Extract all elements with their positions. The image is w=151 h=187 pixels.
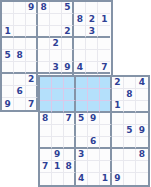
grid-2-cell-r1c5-empty[interactable] <box>88 77 100 89</box>
grid-2-cell-r9c6-given[interactable]: 1 <box>100 173 112 185</box>
grid-2-cell-r4c4-given[interactable]: 5 <box>76 113 88 125</box>
grid-1-cell-r3c9-empty[interactable] <box>98 26 110 38</box>
grid-1-cell-r4c5-given[interactable]: 2 <box>50 38 62 50</box>
grid-2-cell-r6c4-empty[interactable] <box>76 137 88 149</box>
grid-1-cell-r2c8-given[interactable]: 2 <box>86 14 98 26</box>
grid-1-cell-r6c5-given[interactable]: 3 <box>50 62 62 74</box>
grid-2-cell-r5c7-empty[interactable] <box>112 125 124 137</box>
grid-2-cell-r1c1-empty[interactable] <box>40 77 52 89</box>
grid-1-cell-r1c9-empty[interactable] <box>98 2 110 14</box>
grid-2-cell-r3c9-empty[interactable] <box>136 101 148 113</box>
grid-1-cell-r3c1-given[interactable]: 1 <box>2 26 14 38</box>
grid-2-cell-r7c1-empty[interactable] <box>40 149 52 161</box>
grid-2-cell-r7c9-given[interactable]: 8 <box>136 149 148 161</box>
grid-1-cell-r2c5-empty[interactable] <box>50 14 62 26</box>
grid-1-cell-r4c4-empty[interactable] <box>38 38 50 50</box>
grid-1-cell-r8c1-empty[interactable] <box>2 86 14 98</box>
grid-1-cell-r4c7-empty[interactable] <box>74 38 86 50</box>
grid-2-cell-r6c7-empty[interactable] <box>112 137 124 149</box>
grid-2-cell-r8c3-given[interactable]: 8 <box>64 161 76 173</box>
grid-1-cell-r5c3-empty[interactable] <box>26 50 38 62</box>
grid-1-cell-r3c7-empty[interactable] <box>74 26 86 38</box>
grid-2-cell-r1c2-empty[interactable] <box>52 77 64 89</box>
grid-2-cell-r9c4-given[interactable]: 4 <box>76 173 88 185</box>
grid-1-cell-r2c4-empty[interactable] <box>38 14 50 26</box>
grid-1-cell-r2c6-empty[interactable] <box>62 14 74 26</box>
grid-2-cell-r3c7-given[interactable]: 1 <box>112 101 124 113</box>
grid-1-cell-r5c6-empty[interactable] <box>62 50 74 62</box>
grid-2-cell-r9c3-empty[interactable] <box>64 173 76 185</box>
grid-2-cell-r6c1-empty[interactable] <box>40 137 52 149</box>
grid-2-cell-r1c6-empty[interactable] <box>100 77 112 89</box>
grid-1-cell-r6c3-empty[interactable] <box>26 62 38 74</box>
grid-2-cell-r2c2-empty[interactable] <box>52 89 64 101</box>
grid-2-cell-r1c8-empty[interactable] <box>124 77 136 89</box>
grid-1-cell-r6c7-given[interactable]: 4 <box>74 62 86 74</box>
grid-2-cell-r2c6-empty[interactable] <box>100 89 112 101</box>
grid-2-cell-r3c1-empty[interactable] <box>40 101 52 113</box>
grid-2-cell-r8c8-empty[interactable] <box>124 161 136 173</box>
grid-2-cell-r8c4-empty[interactable] <box>76 161 88 173</box>
grid-1-cell-r1c5-empty[interactable] <box>50 2 62 14</box>
grid-1-cell-r5c8-empty[interactable] <box>86 50 98 62</box>
grid-1-cell-r5c9-empty[interactable] <box>98 50 110 62</box>
grid-2: 24818759596938718419 <box>38 75 151 187</box>
grid-1-cell-r3c2-empty[interactable] <box>14 26 26 38</box>
grid-2-cell-r2c7-empty[interactable] <box>112 89 124 101</box>
grid-2-cell-r5c4-empty[interactable] <box>76 125 88 137</box>
grid-2-cell-r2c8-given[interactable]: 8 <box>124 89 136 101</box>
grid-1-cell-r4c2-empty[interactable] <box>14 38 26 50</box>
grid-2-cell-r9c7-given[interactable]: 9 <box>112 173 124 185</box>
grid-1-cell-r1c8-empty[interactable] <box>86 2 98 14</box>
grid-2-cell-r7c5-empty[interactable] <box>88 149 100 161</box>
grid-2-cell-r5c9-given[interactable]: 9 <box>136 125 148 137</box>
grid-2-cell-r3c6-empty[interactable] <box>100 101 112 113</box>
grid-2-cell-r9c1-empty[interactable] <box>40 173 52 185</box>
grid-1-cell-r1c1-empty[interactable] <box>2 2 14 14</box>
grid-2-cell-r5c5-empty[interactable] <box>88 125 100 137</box>
grid-1-cell-r1c4-given[interactable]: 8 <box>38 2 50 14</box>
grid-2-cell-r9c2-empty[interactable] <box>52 173 64 185</box>
grid-2-cell-r8c7-empty[interactable] <box>112 161 124 173</box>
grid-1-cell-r7c3-given[interactable]: 2 <box>26 74 38 86</box>
grid-2-cell-r8c2-given[interactable]: 1 <box>52 161 64 173</box>
grid-2-cell-r2c5-empty[interactable] <box>88 89 100 101</box>
grid-2-cell-r1c7-given[interactable]: 2 <box>112 77 124 89</box>
grid-2-cell-r5c2-empty[interactable] <box>52 125 64 137</box>
grid-1-cell-r2c2-empty[interactable] <box>14 14 26 26</box>
grid-1-cell-r3c8-given[interactable]: 3 <box>86 26 98 38</box>
grid-2-cell-r2c4-empty[interactable] <box>76 89 88 101</box>
grid-2-cell-r5c6-empty[interactable] <box>100 125 112 137</box>
grid-2-cell-r4c8-empty[interactable] <box>124 113 136 125</box>
grid-2-cell-r8c5-empty[interactable] <box>88 161 100 173</box>
grid-2-cell-r2c1-empty[interactable] <box>40 89 52 101</box>
grid-1-cell-r9c3-given[interactable]: 7 <box>26 98 38 110</box>
grid-1-cell-r4c8-empty[interactable] <box>86 38 98 50</box>
grid-1-cell-r5c4-empty[interactable] <box>38 50 50 62</box>
grid-1-cell-r6c2-empty[interactable] <box>14 62 26 74</box>
grid-2-cell-r1c3-empty[interactable] <box>64 77 76 89</box>
grid-1-cell-r3c5-empty[interactable] <box>50 26 62 38</box>
grid-2-cell-r2c3-empty[interactable] <box>64 89 76 101</box>
grid-1-cell-r4c9-empty[interactable] <box>98 38 110 50</box>
grid-1-cell-r3c4-empty[interactable] <box>38 26 50 38</box>
grid-2-cell-r4c2-empty[interactable] <box>52 113 64 125</box>
grid-1-cell-r1c6-given[interactable]: 5 <box>62 2 74 14</box>
grid-2-cell-r8c9-empty[interactable] <box>136 161 148 173</box>
sudoku-board: 98582112325839472697 2481875959693871841… <box>0 0 150 187</box>
grid-1-cell-r1c3-given[interactable]: 9 <box>26 2 38 14</box>
grid-1-cell-r6c8-empty[interactable] <box>86 62 98 74</box>
grid-2-cell-r9c5-empty[interactable] <box>88 173 100 185</box>
grid-2-cell-r8c1-given[interactable]: 7 <box>40 161 52 173</box>
grid-2-cell-r3c4-empty[interactable] <box>76 101 88 113</box>
grid-2-cell-r7c2-given[interactable]: 9 <box>52 149 64 161</box>
grid-2-cell-r9c8-empty[interactable] <box>124 173 136 185</box>
grid-2-cell-r3c3-empty[interactable] <box>64 101 76 113</box>
grid-1-cell-r4c1-empty[interactable] <box>2 38 14 50</box>
grid-2-cell-r3c5-empty[interactable] <box>88 101 100 113</box>
grid-1-cell-r2c3-empty[interactable] <box>26 14 38 26</box>
grid-2-cell-r6c2-empty[interactable] <box>52 137 64 149</box>
grid-1-cell-r4c3-empty[interactable] <box>26 38 38 50</box>
grid-2-cell-r8c6-empty[interactable] <box>100 161 112 173</box>
grid-2-cell-r4c5-given[interactable]: 9 <box>88 113 100 125</box>
grid-2-cell-r7c8-empty[interactable] <box>124 149 136 161</box>
grid-2-cell-r7c4-given[interactable]: 3 <box>76 149 88 161</box>
grid-1-cell-r1c2-empty[interactable] <box>14 2 26 14</box>
grid-1-cell-r9c1-given[interactable]: 9 <box>2 98 14 110</box>
grid-2-cell-r7c6-empty[interactable] <box>100 149 112 161</box>
grid-1-cell-r9c2-empty[interactable] <box>14 98 26 110</box>
grid-2-cell-r6c6-empty[interactable] <box>100 137 112 149</box>
grid-1-cell-r8c2-given[interactable]: 6 <box>14 86 26 98</box>
grid-1-cell-r7c2-empty[interactable] <box>14 74 26 86</box>
grid-2-cell-r3c8-empty[interactable] <box>124 101 136 113</box>
grid-2-cell-r4c3-given[interactable]: 7 <box>64 113 76 125</box>
grid-1-cell-r2c1-empty[interactable] <box>2 14 14 26</box>
grid-2-cell-r7c7-empty[interactable] <box>112 149 124 161</box>
grid-1-cell-r8c3-empty[interactable] <box>26 86 38 98</box>
grid-1-cell-r3c6-given[interactable]: 2 <box>62 26 74 38</box>
grid-1-cell-r5c5-empty[interactable] <box>50 50 62 62</box>
grid-1-cell-r1c7-empty[interactable] <box>74 2 86 14</box>
grid-1-cell-r7c1-empty[interactable] <box>2 74 14 86</box>
grid-2-cell-r6c3-empty[interactable] <box>64 137 76 149</box>
grid-1-cell-r5c1-given[interactable]: 5 <box>2 50 14 62</box>
grid-2-cell-r4c1-given[interactable]: 8 <box>40 113 52 125</box>
grid-1-cell-r4c6-empty[interactable] <box>62 38 74 50</box>
grid-1-cell-r5c2-given[interactable]: 8 <box>14 50 26 62</box>
grid-2-cell-r6c8-empty[interactable] <box>124 137 136 149</box>
grid-2-cell-r4c9-empty[interactable] <box>136 113 148 125</box>
grid-2-cell-r2c9-empty[interactable] <box>136 89 148 101</box>
grid-1-cell-r6c6-given[interactable]: 9 <box>62 62 74 74</box>
grid-2-cell-r6c9-empty[interactable] <box>136 137 148 149</box>
grid-2-cell-r7c3-empty[interactable] <box>64 149 76 161</box>
grid-2-cell-r5c8-given[interactable]: 5 <box>124 125 136 137</box>
grid-2-cell-r4c6-empty[interactable] <box>100 113 112 125</box>
grid-1-cell-r2c7-given[interactable]: 8 <box>74 14 86 26</box>
grid-1-cell-r6c4-empty[interactable] <box>38 62 50 74</box>
grid-2-cell-r3c2-empty[interactable] <box>52 101 64 113</box>
grid-2-cell-r1c4-empty[interactable] <box>76 77 88 89</box>
grid-2-cell-r5c3-empty[interactable] <box>64 125 76 137</box>
grid-1-cell-r6c1-empty[interactable] <box>2 62 14 74</box>
grid-2-cell-r5c1-empty[interactable] <box>40 125 52 137</box>
grid-1-cell-r5c7-empty[interactable] <box>74 50 86 62</box>
grid-2-cell-r1c9-given[interactable]: 4 <box>136 77 148 89</box>
grid-2-cell-r9c9-empty[interactable] <box>136 173 148 185</box>
grid-1-cell-r3c3-empty[interactable] <box>26 26 38 38</box>
grid-2-cell-r6c5-given[interactable]: 6 <box>88 137 100 149</box>
grid-1-cell-r6c9-given[interactable]: 7 <box>98 62 110 74</box>
grid-1-cell-r2c9-given[interactable]: 1 <box>98 14 110 26</box>
grid-2-cell-r4c7-empty[interactable] <box>112 113 124 125</box>
